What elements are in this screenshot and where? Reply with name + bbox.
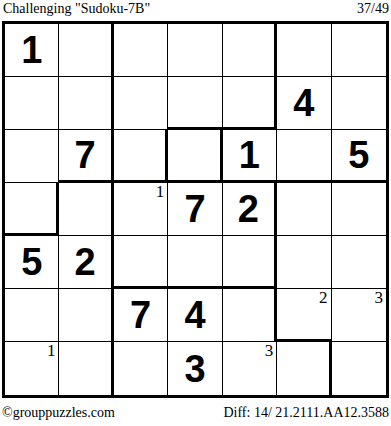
cell-r2c4[interactable] [168, 77, 222, 130]
cell-r3c5[interactable]: 1 [223, 130, 277, 183]
corner-mark: 3 [265, 342, 274, 361]
cell-r4c1[interactable] [5, 183, 59, 236]
difficulty-text: Diff: 14/ 21.2111.AA12.3588 [223, 405, 389, 421]
cell-r5c3[interactable] [114, 236, 168, 289]
cell-r6c1[interactable] [5, 289, 59, 342]
cell-r2c6[interactable]: 4 [277, 77, 331, 130]
cell-r7c4[interactable]: 3 [168, 342, 222, 395]
cell-r1c1[interactable]: 1 [5, 24, 59, 77]
puzzle-counter: 37/49 [357, 1, 389, 17]
sudoku-board: 14715172527423133 [2, 21, 389, 398]
cell-r1c4[interactable] [168, 24, 222, 77]
cell-r3c7[interactable]: 5 [332, 130, 386, 183]
cell-r2c7[interactable] [332, 77, 386, 130]
given-digit: 1 [21, 31, 42, 69]
cell-r3c4[interactable] [168, 130, 222, 183]
cell-r5c6[interactable] [277, 236, 331, 289]
cell-r3c1[interactable] [5, 130, 59, 183]
cell-r5c7[interactable] [332, 236, 386, 289]
given-digit: 2 [238, 190, 259, 228]
copyright-text: ©grouppuzzles.com [2, 405, 115, 421]
given-digit: 4 [184, 296, 205, 334]
corner-mark: 1 [47, 342, 56, 361]
corner-mark: 2 [319, 289, 328, 308]
cell-r4c6[interactable] [277, 183, 331, 236]
given-digit: 1 [239, 136, 260, 174]
given-digit: 3 [184, 350, 205, 388]
cell-r3c6[interactable] [277, 130, 331, 183]
cell-r6c4[interactable]: 4 [168, 289, 222, 342]
cell-r6c5[interactable] [223, 289, 277, 342]
cell-r1c7[interactable] [332, 24, 386, 77]
cell-r7c6[interactable] [277, 342, 331, 395]
given-digit: 5 [348, 136, 369, 174]
cell-r5c4[interactable] [168, 236, 222, 289]
cell-r7c1[interactable]: 1 [5, 342, 59, 395]
puzzle-page: Challenging "Sudoku-7B" 37/49 1471517252… [0, 0, 391, 426]
cell-r4c4[interactable]: 7 [168, 183, 222, 236]
given-digit: 7 [130, 296, 151, 334]
cell-r6c7[interactable]: 3 [332, 289, 386, 342]
cell-r1c3[interactable] [114, 24, 168, 77]
cell-r5c5[interactable] [223, 236, 277, 289]
given-digit: 5 [21, 243, 42, 281]
cell-r6c2[interactable] [59, 289, 113, 342]
given-digit: 4 [293, 84, 314, 122]
given-digit: 7 [75, 136, 96, 174]
cell-r7c7[interactable] [332, 342, 386, 395]
cell-r7c5[interactable]: 3 [223, 342, 277, 395]
corner-mark: 3 [374, 289, 383, 308]
cell-r6c6[interactable]: 2 [277, 289, 331, 342]
cell-r6c3[interactable]: 7 [114, 289, 168, 342]
cell-r2c5[interactable] [223, 77, 277, 130]
cell-r4c3[interactable]: 1 [114, 183, 168, 236]
cell-r5c2[interactable]: 2 [59, 236, 113, 289]
cell-r4c5[interactable]: 2 [223, 183, 277, 236]
cell-r1c2[interactable] [59, 24, 113, 77]
cell-r5c1[interactable]: 5 [5, 236, 59, 289]
cell-r1c6[interactable] [277, 24, 331, 77]
given-digit: 2 [75, 243, 96, 281]
cell-r2c1[interactable] [5, 77, 59, 130]
cell-r7c3[interactable] [114, 342, 168, 395]
given-digit: 7 [184, 190, 205, 228]
cell-r7c2[interactable] [59, 342, 113, 395]
corner-mark: 1 [156, 183, 165, 202]
cell-r3c3[interactable] [114, 130, 168, 183]
cell-r1c5[interactable] [223, 24, 277, 77]
cell-r2c3[interactable] [114, 77, 168, 130]
cell-r4c7[interactable] [332, 183, 386, 236]
cell-r3c2[interactable]: 7 [59, 130, 113, 183]
cell-r2c2[interactable] [59, 77, 113, 130]
page-title: Challenging "Sudoku-7B" [3, 1, 150, 17]
cell-r4c2[interactable] [59, 183, 113, 236]
